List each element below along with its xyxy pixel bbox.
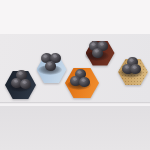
stone [20, 78, 32, 89]
scene-photo [0, 0, 150, 150]
hex-tile-light-blue [37, 56, 67, 83]
hex-tile-dark-red [86, 41, 115, 66]
hex-tile-orange [65, 68, 99, 98]
foreground-surface [0, 106, 150, 150]
hex-tile-cork-tan [118, 59, 148, 85]
stone [78, 76, 90, 87]
stone [45, 61, 56, 71]
stone [92, 48, 103, 58]
wall-background [0, 0, 150, 34]
hex-tile-navy [5, 71, 36, 99]
